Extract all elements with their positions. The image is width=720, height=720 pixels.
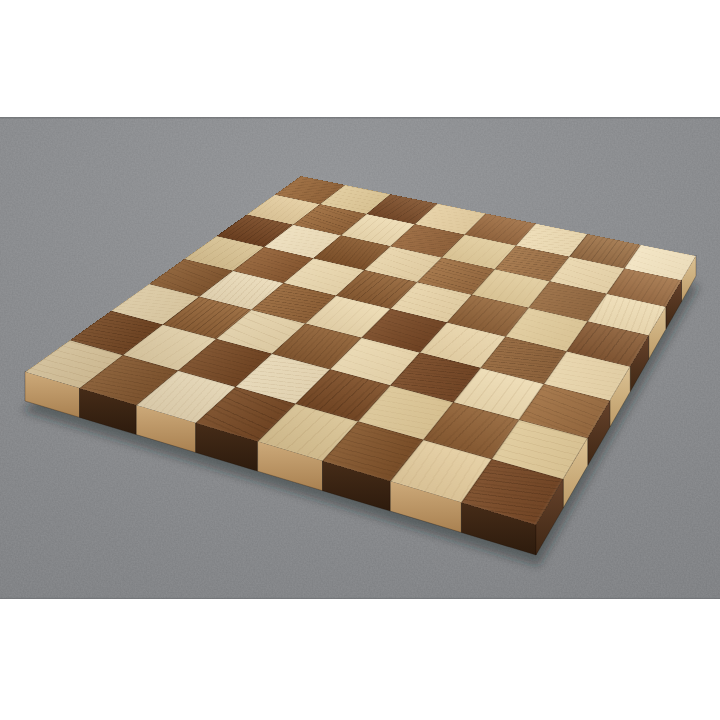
product-photo [0, 0, 720, 720]
surface-edge-top [0, 117, 720, 119]
surface-edge-bottom [0, 598, 720, 599]
